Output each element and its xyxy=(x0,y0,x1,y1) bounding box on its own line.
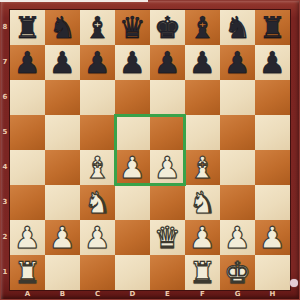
file-label-g: G xyxy=(220,290,255,300)
square-a8: ♜ xyxy=(10,10,45,45)
piece-black-knight-b8: ♞ xyxy=(49,13,76,43)
piece-white-pawn-a2: ♟ xyxy=(14,223,41,253)
square-c7: ♟ xyxy=(80,45,115,80)
square-h6 xyxy=(255,80,290,115)
square-a7: ♟ xyxy=(10,45,45,80)
square-f6 xyxy=(185,80,220,115)
file-label-h: H xyxy=(255,290,290,300)
rank-label-4: 4 xyxy=(0,150,10,185)
square-h7: ♟ xyxy=(255,45,290,80)
square-b7: ♟ xyxy=(45,45,80,80)
rank-label-3: 3 xyxy=(0,185,10,220)
piece-black-knight-g8: ♞ xyxy=(224,13,251,43)
square-h1 xyxy=(255,255,290,290)
square-a5 xyxy=(10,115,45,150)
square-h5 xyxy=(255,115,290,150)
piece-black-pawn-a7: ♟ xyxy=(14,48,41,78)
square-h8: ♜ xyxy=(255,10,290,45)
square-e3 xyxy=(150,185,185,220)
piece-white-pawn-f2: ♟ xyxy=(189,223,216,253)
piece-white-knight-f3: ♞ xyxy=(189,188,216,218)
square-a6 xyxy=(10,80,45,115)
square-g6 xyxy=(220,80,255,115)
square-f8: ♝ xyxy=(185,10,220,45)
top-edge-glare xyxy=(0,0,148,2)
piece-black-pawn-b7: ♟ xyxy=(49,48,76,78)
piece-black-pawn-d7: ♟ xyxy=(119,48,146,78)
piece-white-pawn-c2: ♟ xyxy=(84,223,111,253)
rank-label-7: 7 xyxy=(0,45,10,80)
square-h3 xyxy=(255,185,290,220)
piece-white-pawn-g2: ♟ xyxy=(224,223,251,253)
piece-white-queen-e2: ♛ xyxy=(154,223,181,253)
square-f5 xyxy=(185,115,220,150)
piece-black-bishop-c8: ♝ xyxy=(84,13,111,43)
square-g7: ♟ xyxy=(220,45,255,80)
file-label-c: C xyxy=(80,290,115,300)
square-d7: ♟ xyxy=(115,45,150,80)
square-h2: ♟ xyxy=(255,220,290,255)
piece-black-rook-a8: ♜ xyxy=(14,13,41,43)
piece-white-bishop-f4: ♝ xyxy=(189,153,216,183)
rank-label-6: 6 xyxy=(0,80,10,115)
square-g2: ♟ xyxy=(220,220,255,255)
piece-white-king-g1: ♚ xyxy=(224,258,251,288)
piece-black-king-e8: ♚ xyxy=(154,13,181,43)
square-b4 xyxy=(45,150,80,185)
square-g1: ♚ xyxy=(220,255,255,290)
piece-black-pawn-h7: ♟ xyxy=(259,48,286,78)
square-d8: ♛ xyxy=(115,10,150,45)
board-grid: ♜♞♝♛♚♝♞♜♟♟♟♟♟♟♟♟♝♟♟♝♞♞♟♟♟♛♟♟♟♜♜♚ xyxy=(10,10,290,290)
square-b5 xyxy=(45,115,80,150)
piece-white-pawn-e4: ♟ xyxy=(154,153,181,183)
square-c4: ♝ xyxy=(80,150,115,185)
piece-white-rook-a1: ♜ xyxy=(14,258,41,288)
square-e5 xyxy=(150,115,185,150)
square-g3 xyxy=(220,185,255,220)
piece-black-bishop-f8: ♝ xyxy=(189,13,216,43)
square-b3 xyxy=(45,185,80,220)
square-g4 xyxy=(220,150,255,185)
square-c6 xyxy=(80,80,115,115)
square-d5 xyxy=(115,115,150,150)
file-label-f: F xyxy=(185,290,220,300)
square-e1 xyxy=(150,255,185,290)
file-label-d: D xyxy=(115,290,150,300)
piece-black-pawn-e7: ♟ xyxy=(154,48,181,78)
square-b6 xyxy=(45,80,80,115)
square-a3 xyxy=(10,185,45,220)
piece-white-pawn-d4: ♟ xyxy=(119,153,146,183)
piece-black-queen-d8: ♛ xyxy=(119,13,146,43)
square-d1 xyxy=(115,255,150,290)
square-b1 xyxy=(45,255,80,290)
square-f7: ♟ xyxy=(185,45,220,80)
square-a1: ♜ xyxy=(10,255,45,290)
square-c5 xyxy=(80,115,115,150)
file-label-a: A xyxy=(10,290,45,300)
piece-black-pawn-c7: ♟ xyxy=(84,48,111,78)
square-e8: ♚ xyxy=(150,10,185,45)
chess-board-diagram: ♜♞♝♛♚♝♞♜♟♟♟♟♟♟♟♟♝♟♟♝♞♞♟♟♟♛♟♟♟♜♜♚ 8765432… xyxy=(0,0,300,300)
square-f2: ♟ xyxy=(185,220,220,255)
square-g5 xyxy=(220,115,255,150)
square-b8: ♞ xyxy=(45,10,80,45)
piece-white-pawn-h2: ♟ xyxy=(259,223,286,253)
square-e7: ♟ xyxy=(150,45,185,80)
piece-white-rook-f1: ♜ xyxy=(189,258,216,288)
file-label-b: B xyxy=(45,290,80,300)
rank-label-1: 1 xyxy=(0,255,10,290)
piece-white-bishop-c4: ♝ xyxy=(84,153,111,183)
square-d2 xyxy=(115,220,150,255)
rank-label-8: 8 xyxy=(0,10,10,45)
square-d6 xyxy=(115,80,150,115)
square-a2: ♟ xyxy=(10,220,45,255)
square-e4: ♟ xyxy=(150,150,185,185)
square-e2: ♛ xyxy=(150,220,185,255)
square-c1 xyxy=(80,255,115,290)
piece-white-pawn-b2: ♟ xyxy=(49,223,76,253)
square-c3: ♞ xyxy=(80,185,115,220)
square-d3 xyxy=(115,185,150,220)
square-c2: ♟ xyxy=(80,220,115,255)
square-b2: ♟ xyxy=(45,220,80,255)
square-a4 xyxy=(10,150,45,185)
watermark-dot xyxy=(290,279,298,287)
piece-black-pawn-g7: ♟ xyxy=(224,48,251,78)
square-g8: ♞ xyxy=(220,10,255,45)
file-label-e: E xyxy=(150,290,185,300)
piece-black-rook-h8: ♜ xyxy=(259,13,286,43)
piece-white-knight-c3: ♞ xyxy=(84,188,111,218)
rank-label-5: 5 xyxy=(0,115,10,150)
square-f4: ♝ xyxy=(185,150,220,185)
square-c8: ♝ xyxy=(80,10,115,45)
piece-black-pawn-f7: ♟ xyxy=(189,48,216,78)
square-e6 xyxy=(150,80,185,115)
square-h4 xyxy=(255,150,290,185)
square-f1: ♜ xyxy=(185,255,220,290)
rank-label-2: 2 xyxy=(0,220,10,255)
square-d4: ♟ xyxy=(115,150,150,185)
square-f3: ♞ xyxy=(185,185,220,220)
